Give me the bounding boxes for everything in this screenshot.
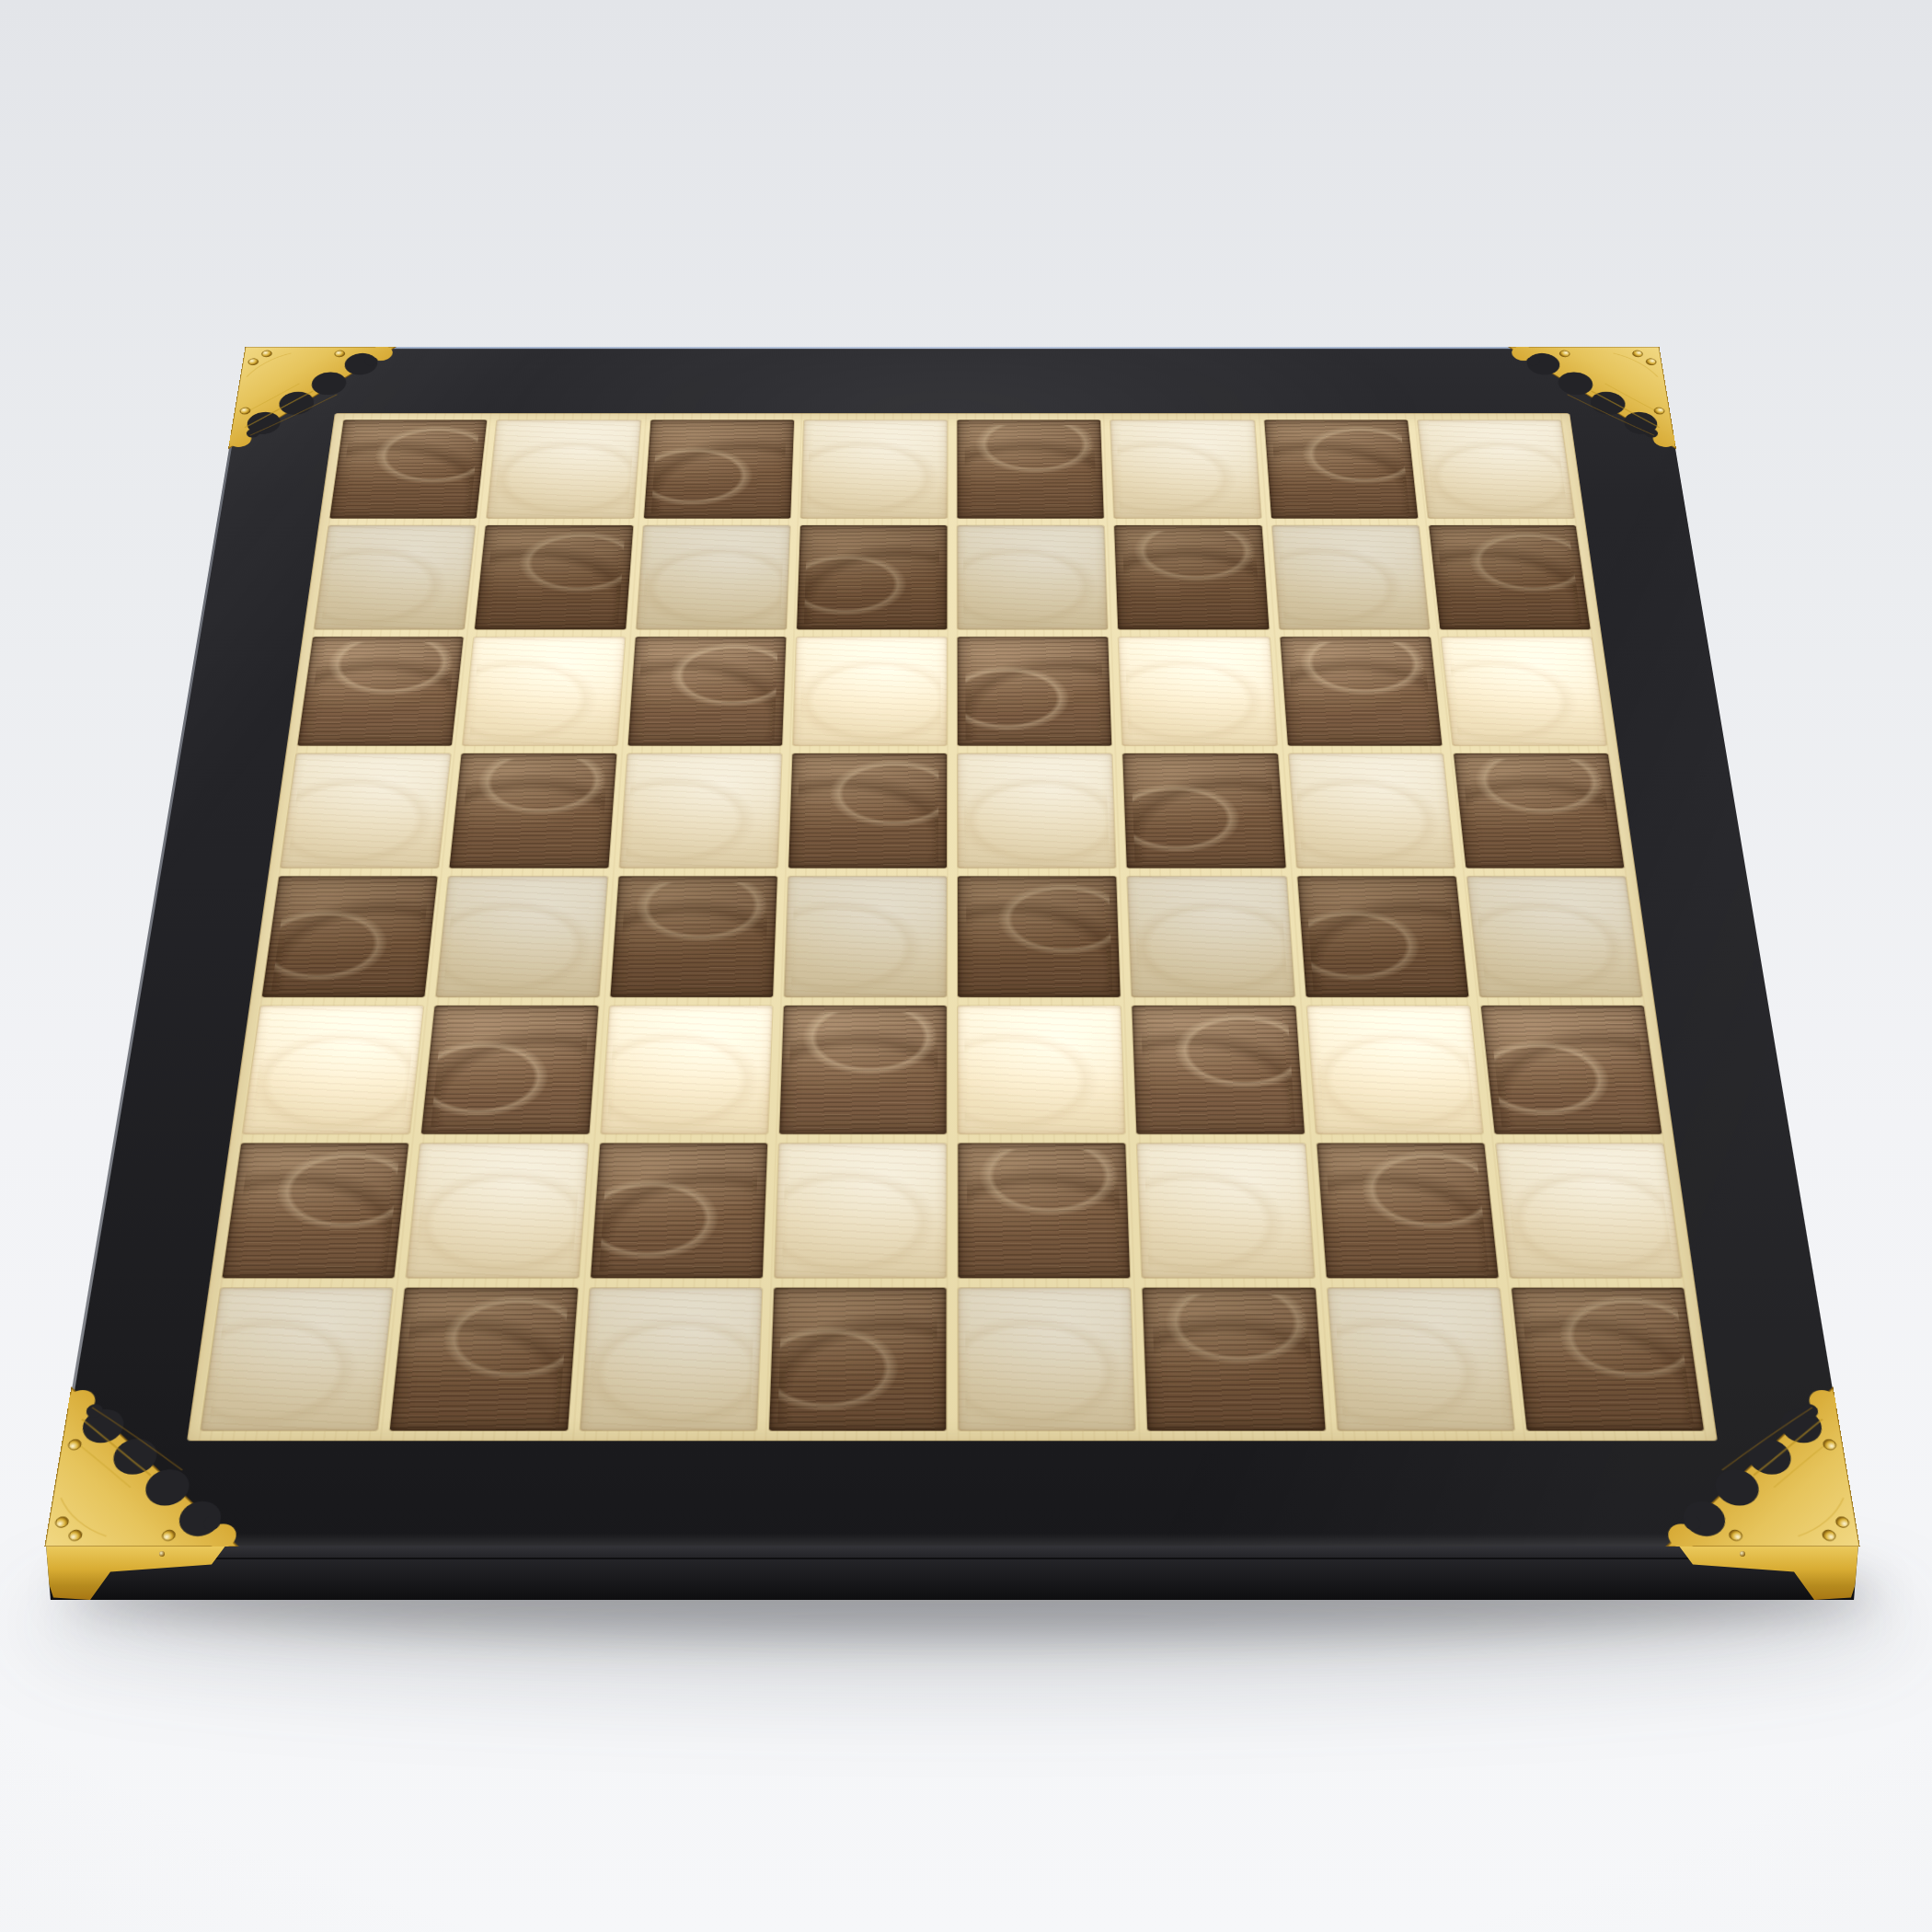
square-f6 (1119, 637, 1277, 745)
square-b8 (487, 420, 640, 518)
square-e4 (958, 876, 1121, 996)
square-f7 (1114, 525, 1269, 629)
square-e3 (958, 1006, 1125, 1133)
square-g3 (1306, 1006, 1483, 1133)
square-e1 (959, 1288, 1136, 1432)
square-b1 (390, 1288, 578, 1432)
corner-bracket-top-left-icon (228, 347, 399, 451)
square-a5 (281, 753, 452, 868)
square-h4 (1466, 876, 1642, 996)
square-g1 (1327, 1288, 1514, 1432)
square-h2 (1496, 1143, 1683, 1278)
square-d8 (800, 420, 948, 518)
square-b4 (436, 876, 607, 996)
square-a7 (314, 525, 476, 629)
square-b2 (407, 1143, 589, 1278)
square-h5 (1454, 753, 1625, 868)
board-top-edge-highlight (250, 347, 1655, 349)
square-f5 (1122, 753, 1285, 868)
corner-bracket-bottom-right-icon (1641, 1385, 1860, 1547)
square-c8 (643, 420, 793, 518)
board-bottom-edge-sheen (52, 1534, 1852, 1547)
square-h6 (1441, 637, 1606, 745)
square-e2 (958, 1143, 1130, 1278)
square-d5 (788, 753, 947, 868)
rivet-icon (159, 1551, 165, 1557)
square-c1 (580, 1288, 762, 1432)
square-b3 (421, 1006, 598, 1133)
square-c3 (601, 1006, 773, 1133)
corner-bracket-side-wrap-left (46, 1545, 230, 1600)
square-d7 (797, 525, 948, 629)
square-a4 (262, 876, 438, 996)
square-a2 (223, 1143, 409, 1278)
square-h7 (1429, 525, 1591, 629)
square-f1 (1143, 1288, 1325, 1432)
square-h3 (1480, 1006, 1662, 1133)
square-b5 (450, 753, 616, 868)
square-g8 (1264, 420, 1418, 518)
square-f4 (1127, 876, 1294, 996)
square-g2 (1317, 1143, 1499, 1278)
square-d4 (784, 876, 947, 996)
square-d2 (775, 1143, 947, 1278)
chessboard (46, 348, 1859, 1547)
square-a3 (243, 1006, 424, 1133)
board-grid (201, 420, 1704, 1431)
scene: { "game": "chess", "position": "8/8/8/8/… (0, 0, 1932, 1932)
square-e8 (957, 420, 1104, 518)
square-e6 (958, 637, 1112, 745)
square-c6 (627, 637, 786, 745)
square-e5 (958, 753, 1116, 868)
square-a6 (297, 637, 463, 745)
square-d6 (793, 637, 948, 745)
rivet-icon (1740, 1551, 1745, 1557)
corner-bracket-side-wrap-right (1674, 1545, 1858, 1600)
corner-bracket-bottom-left-icon (44, 1385, 263, 1547)
square-c7 (636, 525, 790, 629)
square-f2 (1137, 1143, 1314, 1278)
corner-bracket-top-right-icon (1505, 347, 1676, 451)
square-f3 (1133, 1006, 1305, 1133)
board-edge-joint-line (46, 1558, 1858, 1559)
square-c5 (619, 753, 782, 868)
square-d3 (779, 1006, 947, 1133)
square-d1 (769, 1288, 947, 1432)
square-b6 (463, 637, 625, 745)
board-front-edge (46, 1545, 1858, 1600)
square-g5 (1288, 753, 1455, 868)
square-c2 (591, 1143, 767, 1278)
square-f8 (1110, 420, 1260, 518)
square-g7 (1271, 525, 1430, 629)
square-g6 (1280, 637, 1442, 745)
square-g4 (1297, 876, 1468, 996)
square-e7 (958, 525, 1109, 629)
square-b7 (475, 525, 633, 629)
board-inlay-panel (187, 413, 1718, 1441)
square-c4 (610, 876, 777, 996)
